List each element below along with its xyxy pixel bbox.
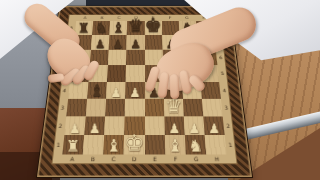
coordinate-label-A: A [61,155,83,165]
coordinate-label-5: 5 [217,65,228,81]
piece-white-pawn-g2[interactable]: ♟ [189,122,201,135]
square-c4[interactable]: ♟ [106,82,126,99]
piece-black-bishop-b4[interactable]: ♝ [89,82,104,98]
square-d3[interactable] [125,99,145,117]
file-labels-bottom: ABCDEFGH [61,155,227,165]
piece-black-bishop-c8[interactable]: ♝ [112,20,125,35]
square-c5[interactable] [107,65,126,81]
square-g2[interactable]: ♟ [184,116,205,135]
square-a1[interactable]: ♜ [62,135,84,155]
square-b7[interactable]: ♟ [91,35,110,50]
right-finger [170,74,180,99]
square-d8[interactable]: ♛ [127,21,144,35]
piece-black-pawn-b7[interactable]: ♟ [95,38,106,50]
piece-white-pawn-h2[interactable]: ♟ [209,122,221,135]
square-c8[interactable]: ♝ [110,21,128,35]
piece-white-bishop-f1[interactable]: ♝ [167,137,183,155]
square-c1[interactable]: ♝ [103,135,124,155]
coordinate-label-B: B [82,155,103,165]
square-d4[interactable]: ♟ [125,82,144,99]
square-b3[interactable] [86,99,106,117]
square-b4[interactable]: ♝ [87,82,107,99]
square-d6[interactable] [126,50,144,65]
square-f1[interactable]: ♝ [165,135,186,155]
square-d7[interactable]: ♟ [127,35,145,50]
square-e7[interactable] [145,35,163,50]
square-d1[interactable]: ♚ [124,135,145,155]
piece-black-pawn-d7[interactable]: ♟ [130,38,141,50]
square-c3[interactable] [105,99,125,117]
square-a3[interactable] [66,99,87,117]
square-b2[interactable]: ♟ [84,116,105,135]
piece-white-pawn-c4[interactable]: ♟ [110,86,121,99]
square-f3[interactable]: ♛ [164,99,184,117]
square-c7[interactable]: ♟ [109,35,127,50]
coordinate-label-G: G [186,155,207,165]
piece-black-queen-d8[interactable]: ♛ [128,18,144,35]
piece-white-rook-a1[interactable]: ♜ [66,139,80,155]
piece-black-knight-b8[interactable]: ♞ [95,21,108,35]
piece-white-pawn-d4[interactable]: ♟ [129,86,140,99]
square-e2[interactable] [145,116,165,135]
square-g3[interactable] [183,99,203,117]
piece-black-rook-a8[interactable]: ♜ [78,22,90,35]
coordinate-label-E: E [145,155,166,165]
square-g1[interactable]: ♞ [185,135,207,155]
coordinate-label-6: 6 [216,50,226,65]
coordinate-label-C: C [103,155,124,165]
square-a2[interactable]: ♟ [64,116,85,135]
coordinate-label-F: F [165,155,186,165]
square-e8[interactable]: ♚ [145,21,162,35]
piece-white-king-d1[interactable]: ♚ [124,132,144,154]
coordinate-label-D: D [124,155,145,165]
square-b1[interactable] [83,135,105,155]
square-f2[interactable]: ♟ [164,116,185,135]
coordinate-label-3: 3 [221,99,232,117]
piece-black-king-e8[interactable]: ♚ [145,16,162,35]
coordinate-label-4: 4 [219,82,230,99]
piece-white-bishop-c1[interactable]: ♝ [106,137,122,155]
piece-white-pawn-b2[interactable]: ♟ [88,122,100,135]
coordinate-label-H: H [206,155,228,165]
scene: ABCDEFGH ABCDEFGH 87654321 87654321 ♜♞♝♛… [0,0,320,180]
piece-white-pawn-a2[interactable]: ♟ [68,122,80,135]
piece-white-queen-f3[interactable]: ♛ [165,97,182,116]
square-c2[interactable] [104,116,125,135]
piece-white-pawn-f2[interactable]: ♟ [169,122,181,135]
square-e1[interactable] [145,135,166,155]
piece-black-pawn-c7[interactable]: ♟ [112,38,123,50]
square-h3[interactable] [202,99,223,117]
square-b8[interactable]: ♞ [92,21,110,35]
square-h1[interactable] [205,135,227,155]
piece-white-knight-g1[interactable]: ♞ [188,138,203,155]
square-h2[interactable]: ♟ [203,116,224,135]
square-d5[interactable] [126,65,145,81]
square-e3[interactable] [145,99,165,117]
square-c6[interactable] [108,50,127,65]
